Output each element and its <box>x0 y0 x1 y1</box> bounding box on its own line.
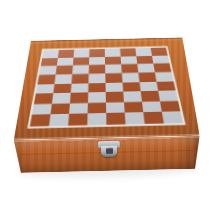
square-c5 <box>71 74 88 84</box>
square-f2 <box>124 102 143 113</box>
square-b5 <box>55 74 73 84</box>
square-a1 <box>30 114 51 126</box>
square-c3 <box>70 93 88 104</box>
square-c1 <box>68 114 87 126</box>
square-f5 <box>122 73 140 82</box>
square-g3 <box>141 91 160 102</box>
square-b1 <box>49 114 69 126</box>
square-h4 <box>156 81 175 91</box>
square-g6 <box>137 64 155 73</box>
square-b3 <box>52 93 71 104</box>
box-lid <box>12 37 200 140</box>
square-a4 <box>36 84 55 94</box>
square-e5 <box>105 73 122 82</box>
square-h5 <box>155 72 174 81</box>
square-d5 <box>88 73 105 83</box>
square-e1 <box>106 113 125 125</box>
product-photo <box>0 0 210 210</box>
chess-box <box>0 0 210 210</box>
square-a3 <box>34 93 53 104</box>
square-a5 <box>38 74 56 84</box>
square-h6 <box>153 63 171 72</box>
square-f3 <box>123 91 142 102</box>
square-b6 <box>56 65 73 74</box>
square-h1 <box>162 112 183 124</box>
square-f4 <box>122 82 140 92</box>
square-g5 <box>138 72 156 81</box>
chessboard <box>27 46 186 128</box>
square-f6 <box>121 64 138 73</box>
square-a2 <box>32 104 52 115</box>
square-g2 <box>142 101 162 112</box>
square-e3 <box>106 92 124 103</box>
square-d1 <box>87 113 106 125</box>
square-d4 <box>88 82 105 92</box>
square-d6 <box>89 65 106 74</box>
square-d3 <box>88 92 106 103</box>
square-e6 <box>105 64 122 73</box>
square-b4 <box>53 83 71 93</box>
metal-clasp <box>98 141 120 158</box>
square-c6 <box>72 65 89 74</box>
square-h2 <box>160 101 180 112</box>
square-f1 <box>125 112 145 124</box>
square-c4 <box>71 83 89 93</box>
square-g1 <box>143 112 164 124</box>
square-b2 <box>50 103 69 114</box>
square-c2 <box>69 103 88 114</box>
square-d2 <box>88 102 107 113</box>
square-e2 <box>106 102 125 113</box>
square-g4 <box>139 81 158 91</box>
square-h3 <box>158 91 178 102</box>
clasp-button <box>106 148 113 154</box>
square-e4 <box>105 82 123 92</box>
